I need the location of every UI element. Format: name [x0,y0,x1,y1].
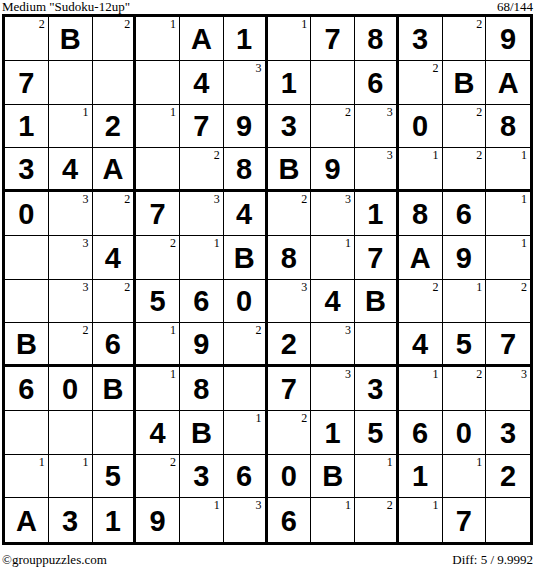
cell-r1c4[interactable]: 1 [136,17,180,61]
cell-r4c4[interactable] [136,148,180,192]
cell-value: 1 [399,455,442,498]
corner-hint-mark: 3 [345,323,351,337]
cell-value: 3 [399,17,442,60]
cell-value: 9 [224,105,265,148]
cell-r5c10[interactable]: 8 [399,192,443,236]
cell-r4c12[interactable]: 1 [486,148,530,192]
corner-hint-mark: 1 [476,280,482,294]
cell-r1c1[interactable]: 2 [5,17,49,61]
cell-value: 8 [355,17,396,60]
corner-hint-mark: 1 [387,455,393,469]
cell-r2c8[interactable] [311,61,355,105]
corner-hint-mark: 3 [301,280,307,294]
corner-hint-mark: 3 [214,192,220,206]
cell-r9c2[interactable]: 0 [49,367,93,411]
cell-r1c10[interactable]: 3 [399,17,443,61]
corner-hint-mark: 3 [256,498,262,512]
cell-r11c7[interactable]: 0 [268,455,312,499]
cell-value: B [355,280,396,323]
cell-r2c12[interactable]: A [486,61,530,105]
cell-value: 6 [5,367,48,410]
cell-value: 3 [180,455,223,498]
corner-hint-mark: 2 [521,280,527,294]
cell-r7c11[interactable]: 1 [443,280,487,324]
corner-hint-mark: 1 [170,367,176,381]
cell-r3c1[interactable]: 1 [5,105,49,149]
cell-r4c11[interactable]: 2 [443,148,487,192]
cell-value: 4 [136,411,179,454]
corner-hint-mark: 1 [301,17,307,31]
corner-hint-mark: 1 [433,148,439,162]
cell-value: 1 [268,61,311,104]
cell-r8c9[interactable] [355,323,399,367]
cell-r7c6[interactable]: 0 [224,280,268,324]
cell-value: 7 [136,192,179,235]
cell-r7c7[interactable]: 3 [268,280,312,324]
corner-hint-mark: 3 [83,280,89,294]
cell-value: 7 [268,367,311,410]
cell-r1c8[interactable]: 7 [311,17,355,61]
cell-value: 1 [355,192,396,235]
corner-hint-mark: 2 [476,367,482,381]
cell-r1c12[interactable]: 9 [486,17,530,61]
cell-r5c8[interactable]: 3 [311,192,355,236]
cell-r4c2[interactable]: 4 [49,148,93,192]
cell-r10c6[interactable]: 1 [224,411,268,455]
corner-hint-mark: 2 [124,17,130,31]
cell-r10c7[interactable]: 2 [268,411,312,455]
cell-value: 7 [5,61,48,104]
cell-value: 6 [224,455,265,498]
cell-r12c11[interactable]: 7 [443,498,487,542]
cell-r1c7[interactable]: 1 [268,17,312,61]
cell-r4c8[interactable]: 9 [311,148,355,192]
cell-r4c1[interactable]: 3 [5,148,49,192]
cell-r12c5[interactable]: 1 [180,498,224,542]
cell-value: 1 [5,105,48,148]
cell-value: 9 [486,17,530,60]
cell-value: A [93,148,134,189]
cell-r11c2[interactable]: 1 [49,455,93,499]
corner-hint-mark: 1 [170,17,176,31]
cell-r3c3[interactable]: 2 [93,105,137,149]
corner-hint-mark: 1 [521,236,527,250]
cell-r7c8[interactable]: 4 [311,280,355,324]
cell-r12c1[interactable]: A [5,498,49,542]
cell-r6c8[interactable]: 1 [311,236,355,280]
cell-r6c10[interactable]: A [399,236,443,280]
cell-r7c5[interactable]: 6 [180,280,224,324]
cell-value: 4 [311,280,354,323]
cell-r11c8[interactable]: B [311,455,355,499]
difficulty-text: Diff: 5 / 9.9992 [452,552,533,567]
cell-r11c6[interactable]: 6 [224,455,268,499]
corner-hint-mark: 2 [170,455,176,469]
cell-value: 0 [268,455,311,498]
cell-r6c1[interactable] [5,236,49,280]
cell-r10c3[interactable] [93,411,137,455]
cell-value: 6 [355,61,396,104]
cell-r2c4[interactable] [136,61,180,105]
corner-hint-mark: 2 [124,280,130,294]
cell-r9c9[interactable]: 3 [355,367,399,411]
cell-value: 8 [224,148,265,189]
corner-hint-mark: 3 [256,61,262,75]
cell-r9c6[interactable] [224,367,268,411]
cell-value: 0 [49,367,92,410]
cell-value: 3 [5,148,48,189]
cell-value: 7 [486,323,530,364]
cell-r7c12[interactable]: 2 [486,280,530,324]
corner-hint-mark: 3 [83,192,89,206]
cell-r3c2[interactable]: 1 [49,105,93,149]
corner-hint-mark: 1 [433,367,439,381]
given-cell-counter: 68/144 [497,0,533,13]
cell-r9c7[interactable]: 7 [268,367,312,411]
cell-r1c2[interactable]: B [49,17,93,61]
cell-value: 4 [49,148,92,189]
cell-value: B [5,323,48,364]
cell-r8c4[interactable]: 1 [136,323,180,367]
cell-r3c4[interactable]: 1 [136,105,180,149]
corner-hint-mark: 1 [39,455,45,469]
corner-hint-mark: 3 [83,236,89,250]
cell-r10c8[interactable]: 1 [311,411,355,455]
cell-r1c3[interactable]: 2 [93,17,137,61]
cell-r9c12[interactable]: 3 [486,367,530,411]
cell-value: 5 [136,280,179,323]
cell-r9c5[interactable]: 8 [180,367,224,411]
corner-hint-mark: 1 [170,323,176,337]
cell-r10c5[interactable]: B [180,411,224,455]
corner-hint-mark: 1 [214,498,220,512]
cell-r12c6[interactable]: 3 [224,498,268,542]
cell-value: 6 [399,411,442,454]
cell-r9c3[interactable]: B [93,367,137,411]
cell-r4c7[interactable]: B [268,148,312,192]
cell-r9c10[interactable]: 1 [399,367,443,411]
cell-r2c2[interactable] [49,61,93,105]
cell-value: B [180,411,223,454]
corner-hint-mark: 2 [345,105,351,119]
cell-r3c5[interactable]: 7 [180,105,224,149]
cell-r8c7[interactable]: 2 [268,323,312,367]
cell-r8c6[interactable]: 2 [224,323,268,367]
cell-value: 3 [355,367,396,410]
cell-r7c10[interactable]: 2 [399,280,443,324]
cell-value: B [311,455,354,498]
cell-value: 7 [355,236,396,279]
cell-r3c8[interactable]: 2 [311,105,355,149]
corner-hint-mark: 2 [39,17,45,31]
cell-r2c6[interactable]: 3 [224,61,268,105]
corner-hint-mark: 2 [256,323,262,337]
cell-r10c12[interactable]: 3 [486,411,530,455]
cell-value: 4 [224,192,265,235]
cell-r3c12[interactable]: 8 [486,105,530,149]
cell-value: 2 [268,323,311,364]
cell-r5c2[interactable]: 3 [49,192,93,236]
cell-r2c9[interactable]: 6 [355,61,399,105]
cell-r5c4[interactable]: 7 [136,192,180,236]
cell-r2c5[interactable]: 4 [180,61,224,105]
corner-hint-mark: 2 [170,236,176,250]
cell-value: B [49,17,92,60]
cell-r3c9[interactable]: 3 [355,105,399,149]
corner-hint-mark: 1 [345,498,351,512]
corner-hint-mark: 3 [521,367,527,381]
sudoku-page: Medium "Sudoku-12up" 68/144 2B21A1178329… [0,0,535,569]
cell-value: 0 [399,105,442,148]
cell-value: 6 [93,323,134,364]
cell-value: B [443,61,486,104]
cell-r8c3[interactable]: 6 [93,323,137,367]
cell-value: 6 [268,498,311,542]
cell-r1c9[interactable]: 8 [355,17,399,61]
corner-hint-mark: 2 [214,148,220,162]
cell-r11c9[interactable]: 1 [355,455,399,499]
cell-r2c7[interactable]: 1 [268,61,312,105]
cell-r9c8[interactable]: 3 [311,367,355,411]
cell-r5c5[interactable]: 3 [180,192,224,236]
cell-r8c11[interactable]: 5 [443,323,487,367]
cell-value: 9 [180,323,223,364]
cell-value: B [268,148,311,189]
cell-r8c5[interactable]: 9 [180,323,224,367]
cell-r8c10[interactable]: 4 [399,323,443,367]
cell-r12c8[interactable]: 1 [311,498,355,542]
cell-r11c3[interactable]: 5 [93,455,137,499]
cell-r7c3[interactable]: 2 [93,280,137,324]
cell-value: 1 [224,17,265,60]
cell-value: B [93,367,134,410]
corner-hint-mark: 1 [170,105,176,119]
corner-hint-mark: 1 [214,236,220,250]
cell-r4c6[interactable]: 8 [224,148,268,192]
cell-r9c4[interactable]: 1 [136,367,180,411]
cell-r10c1[interactable] [5,411,49,455]
cell-value: 2 [93,105,134,148]
cell-r12c7[interactable]: 6 [268,498,312,542]
cell-r9c11[interactable]: 2 [443,367,487,411]
cell-r10c4[interactable]: 4 [136,411,180,455]
corner-hint-mark: 1 [521,148,527,162]
cell-r6c12[interactable]: 1 [486,236,530,280]
corner-hint-mark: 2 [83,323,89,337]
corner-hint-mark: 3 [387,105,393,119]
corner-hint-mark: 2 [301,411,307,425]
cell-r6c4[interactable]: 2 [136,236,180,280]
corner-hint-mark: 2 [476,148,482,162]
cell-r5c11[interactable]: 6 [443,192,487,236]
sudoku-grid: 2B21A1178329743162BA11217932302834A28B93… [2,14,533,545]
cell-r6c2[interactable]: 3 [49,236,93,280]
cell-r5c7[interactable]: 2 [268,192,312,236]
cell-value: 0 [443,411,486,454]
cell-value: 3 [268,105,311,148]
cell-r3c6[interactable]: 9 [224,105,268,149]
puzzle-title: Medium "Sudoku-12up" [2,0,130,13]
cell-value: 5 [355,411,396,454]
page-header: Medium "Sudoku-12up" 68/144 [2,0,533,14]
corner-hint-mark: 2 [124,192,130,206]
cell-r6c11[interactable]: 9 [443,236,487,280]
cell-value: 8 [486,105,530,148]
cell-r3c10[interactable]: 0 [399,105,443,149]
corner-hint-mark: 1 [83,455,89,469]
cell-value: 5 [443,323,486,364]
cell-r11c11[interactable]: 1 [443,455,487,499]
cell-r4c10[interactable]: 1 [399,148,443,192]
cell-r6c3[interactable]: 4 [93,236,137,280]
corner-hint-mark: 2 [433,280,439,294]
cell-r1c6[interactable]: 1 [224,17,268,61]
cell-r3c7[interactable]: 3 [268,105,312,149]
cell-value: 0 [224,280,265,323]
corner-hint-mark: 2 [387,498,393,512]
cell-r6c6[interactable]: B [224,236,268,280]
corner-hint-mark: 2 [476,105,482,119]
cell-value: 9 [311,148,354,189]
cell-r12c3[interactable]: 1 [93,498,137,542]
cell-r6c7[interactable]: 8 [268,236,312,280]
cell-value: 3 [486,411,530,454]
cell-r11c4[interactable]: 2 [136,455,180,499]
cell-r10c9[interactable]: 5 [355,411,399,455]
cell-value: 0 [5,192,48,235]
cell-value: 6 [443,192,486,235]
cell-r6c9[interactable]: 7 [355,236,399,280]
cell-r12c10[interactable]: 1 [399,498,443,542]
corner-hint-mark: 3 [387,148,393,162]
cell-r6c5[interactable]: 1 [180,236,224,280]
cell-value: 7 [180,105,223,148]
cell-value: 4 [180,61,223,104]
cell-r11c12[interactable]: 2 [486,455,530,499]
cell-r11c5[interactable]: 3 [180,455,224,499]
cell-r8c12[interactable]: 7 [486,323,530,367]
cell-r2c11[interactable]: B [443,61,487,105]
cell-value: B [224,236,265,279]
cell-r1c5[interactable]: A [180,17,224,61]
cell-r1c11[interactable]: 2 [443,17,487,61]
cell-r7c1[interactable] [5,280,49,324]
cell-r7c9[interactable]: B [355,280,399,324]
cell-value: 6 [180,280,223,323]
cell-r4c5[interactable]: 2 [180,148,224,192]
corner-hint-mark: 2 [301,192,307,206]
cell-r2c3[interactable] [93,61,137,105]
cell-value: A [399,236,442,279]
cell-value: A [486,61,530,104]
corner-hint-mark: 2 [433,61,439,75]
cell-value: 8 [180,367,223,410]
cell-r11c1[interactable]: 1 [5,455,49,499]
cell-value: 1 [93,498,134,542]
corner-hint-mark: 2 [476,17,482,31]
cell-r11c10[interactable]: 1 [399,455,443,499]
cell-r12c9[interactable]: 2 [355,498,399,542]
cell-r10c2[interactable] [49,411,93,455]
cell-value: A [180,17,223,60]
cell-r12c2[interactable]: 3 [49,498,93,542]
cell-r12c4[interactable]: 9 [136,498,180,542]
cell-value: 8 [399,192,442,235]
cell-r7c4[interactable]: 5 [136,280,180,324]
cell-r5c12[interactable]: 1 [486,192,530,236]
cell-value: 5 [93,455,134,498]
cell-r10c11[interactable]: 0 [443,411,487,455]
cell-r8c8[interactable]: 3 [311,323,355,367]
corner-hint-mark: 3 [345,367,351,381]
page-footer: ©grouppuzzles.com Diff: 5 / 9.9992 [2,549,533,567]
cell-r10c10[interactable]: 6 [399,411,443,455]
cell-r3c11[interactable]: 2 [443,105,487,149]
cell-value: 7 [443,498,486,542]
corner-hint-mark: 3 [345,192,351,206]
cell-value: 7 [311,17,354,60]
cell-value: 4 [399,323,442,364]
cell-r4c9[interactable]: 3 [355,148,399,192]
cell-r8c1[interactable]: B [5,323,49,367]
cell-r9c1[interactable]: 6 [5,367,49,411]
cell-r2c1[interactable]: 7 [5,61,49,105]
cell-r7c2[interactable]: 3 [49,280,93,324]
cell-value: 4 [93,236,134,279]
cell-r2c10[interactable]: 2 [399,61,443,105]
cell-value: 8 [268,236,311,279]
cell-value: 9 [136,498,179,542]
cell-r5c9[interactable]: 1 [355,192,399,236]
cell-r4c3[interactable]: A [93,148,137,192]
corner-hint-mark: 1 [476,455,482,469]
cell-value: 2 [486,455,530,498]
cell-value: 1 [311,411,354,454]
cell-r5c6[interactable]: 4 [224,192,268,236]
cell-r12c12[interactable] [486,498,530,542]
cell-r5c1[interactable]: 0 [5,192,49,236]
corner-hint-mark: 1 [521,192,527,206]
corner-hint-mark: 1 [433,498,439,512]
copyright-text: ©grouppuzzles.com [2,552,107,567]
corner-hint-mark: 1 [256,411,262,425]
cell-value: A [5,498,48,542]
cell-value: 3 [49,498,92,542]
cell-r8c2[interactable]: 2 [49,323,93,367]
corner-hint-mark: 1 [83,105,89,119]
cell-value: 9 [443,236,486,279]
corner-hint-mark: 1 [345,236,351,250]
cell-r5c3[interactable]: 2 [93,192,137,236]
